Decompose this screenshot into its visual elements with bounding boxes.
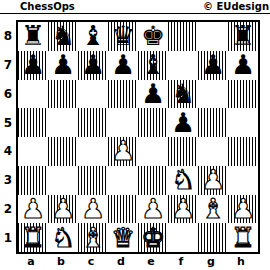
square-b5[interactable] xyxy=(48,108,78,137)
black-rook-h8[interactable]: ♜ xyxy=(231,22,255,50)
white-king-e1[interactable]: ♚ xyxy=(141,224,165,252)
square-e6[interactable]: ♟ xyxy=(138,80,168,109)
white-pawn-g3[interactable]: ♟ xyxy=(201,166,225,194)
square-b8[interactable]: ♞ xyxy=(48,22,78,51)
square-g3[interactable]: ♟ xyxy=(198,166,228,195)
file-label-a: a xyxy=(16,255,46,268)
square-f6[interactable]: ♞ xyxy=(168,80,198,109)
square-g6[interactable] xyxy=(198,80,228,109)
black-pawn-g7[interactable]: ♟ xyxy=(201,51,225,79)
black-pawn-a7[interactable]: ♟ xyxy=(21,51,45,79)
square-h6[interactable] xyxy=(228,80,258,109)
title-bar: ChessOps © EUdesign xyxy=(0,0,270,14)
square-b1[interactable]: ♞ xyxy=(48,223,78,252)
square-a4[interactable] xyxy=(18,137,48,166)
rank-label-6: 6 xyxy=(0,80,16,109)
black-pawn-d7[interactable]: ♟ xyxy=(111,51,135,79)
square-f1[interactable] xyxy=(168,223,198,252)
square-a3[interactable] xyxy=(18,166,48,195)
black-queen-d8[interactable]: ♛ xyxy=(111,22,135,50)
square-g1[interactable] xyxy=(198,223,228,252)
file-label-c: c xyxy=(76,255,106,268)
black-pawn-h7[interactable]: ♟ xyxy=(231,51,255,79)
black-bishop-c8[interactable]: ♝ xyxy=(81,22,105,50)
square-a2[interactable]: ♟ xyxy=(18,195,48,224)
square-f3[interactable]: ♞ xyxy=(168,166,198,195)
white-queen-d1[interactable]: ♛ xyxy=(111,224,135,252)
file-label-e: e xyxy=(136,255,166,268)
square-c6[interactable] xyxy=(78,80,108,109)
file-label-f: f xyxy=(166,255,196,268)
square-a1[interactable]: ♜ xyxy=(18,223,48,252)
square-a8[interactable]: ♜ xyxy=(18,22,48,51)
square-h5[interactable] xyxy=(228,108,258,137)
copyright-credit: © EUdesign xyxy=(203,0,269,13)
square-d6[interactable] xyxy=(108,80,138,109)
square-a6[interactable] xyxy=(18,80,48,109)
square-a7[interactable]: ♟ xyxy=(18,51,48,80)
file-label-d: d xyxy=(106,255,136,268)
square-a5[interactable] xyxy=(18,108,48,137)
square-e3[interactable] xyxy=(138,166,168,195)
square-h2[interactable]: ♟ xyxy=(228,195,258,224)
black-king-e8[interactable]: ♚ xyxy=(141,22,165,50)
white-pawn-h2[interactable]: ♟ xyxy=(231,195,255,223)
square-b6[interactable] xyxy=(48,80,78,109)
square-b4[interactable] xyxy=(48,137,78,166)
file-label-h: h xyxy=(226,255,256,268)
white-rook-h1[interactable]: ♜ xyxy=(231,224,255,252)
square-h3[interactable] xyxy=(228,166,258,195)
black-pawn-e6[interactable]: ♟ xyxy=(141,80,165,108)
app-title: ChessOps xyxy=(20,0,75,13)
square-c7[interactable]: ♟ xyxy=(78,51,108,80)
black-bishop-e7[interactable]: ♝ xyxy=(141,51,165,79)
square-e7[interactable]: ♝ xyxy=(138,51,168,80)
black-knight-b8[interactable]: ♞ xyxy=(51,22,75,50)
rank-labels: 87654321 xyxy=(0,22,16,252)
square-g2[interactable]: ♝ xyxy=(198,195,228,224)
square-g8[interactable] xyxy=(198,22,228,51)
white-rook-a1[interactable]: ♜ xyxy=(21,224,45,252)
square-d2[interactable] xyxy=(108,195,138,224)
square-e5[interactable] xyxy=(138,108,168,137)
square-b7[interactable]: ♟ xyxy=(48,51,78,80)
square-f5[interactable]: ♟ xyxy=(168,108,198,137)
square-c4[interactable] xyxy=(78,137,108,166)
rank-label-5: 5 xyxy=(0,108,16,137)
square-f8[interactable] xyxy=(168,22,198,51)
square-e4[interactable] xyxy=(138,137,168,166)
rank-label-4: 4 xyxy=(0,137,16,166)
square-g7[interactable]: ♟ xyxy=(198,51,228,80)
white-pawn-c2[interactable]: ♟ xyxy=(81,195,105,223)
square-c1[interactable]: ♝ xyxy=(78,223,108,252)
white-pawn-f2[interactable]: ♟ xyxy=(171,195,195,223)
square-h4[interactable] xyxy=(228,137,258,166)
square-d7[interactable]: ♟ xyxy=(108,51,138,80)
square-f7[interactable] xyxy=(168,51,198,80)
square-c5[interactable] xyxy=(78,108,108,137)
square-f4[interactable] xyxy=(168,137,198,166)
square-h8[interactable]: ♜ xyxy=(228,22,258,51)
square-d5[interactable] xyxy=(108,108,138,137)
white-bishop-c1[interactable]: ♝ xyxy=(81,224,105,252)
white-bishop-g2[interactable]: ♝ xyxy=(201,195,225,223)
square-h1[interactable]: ♜ xyxy=(228,223,258,252)
square-h7[interactable]: ♟ xyxy=(228,51,258,80)
black-knight-f6[interactable]: ♞ xyxy=(171,80,195,108)
square-d1[interactable]: ♛ xyxy=(108,223,138,252)
chess-board: ♜♞♝♛♚♜♟♟♟♟♝♟♟♟♞♟♟♞♟♟♟♟♟♟♝♟♜♞♝♛♚♜ xyxy=(16,20,260,254)
white-pawn-d4[interactable]: ♟ xyxy=(111,137,135,165)
square-e2[interactable]: ♟ xyxy=(138,195,168,224)
white-pawn-a2[interactable]: ♟ xyxy=(21,195,45,223)
white-knight-f3[interactable]: ♞ xyxy=(171,166,195,194)
square-f2[interactable]: ♟ xyxy=(168,195,198,224)
square-g5[interactable] xyxy=(198,108,228,137)
rank-label-8: 8 xyxy=(0,22,16,51)
white-pawn-b2[interactable]: ♟ xyxy=(51,195,75,223)
square-b2[interactable]: ♟ xyxy=(48,195,78,224)
square-c3[interactable] xyxy=(78,166,108,195)
rank-label-2: 2 xyxy=(0,195,16,224)
white-knight-b1[interactable]: ♞ xyxy=(51,224,75,252)
white-pawn-e2[interactable]: ♟ xyxy=(141,195,165,223)
black-rook-a8[interactable]: ♜ xyxy=(21,22,45,50)
rank-label-1: 1 xyxy=(0,223,16,252)
square-d8[interactable]: ♛ xyxy=(108,22,138,51)
rank-label-3: 3 xyxy=(0,166,16,195)
file-labels: abcdefgh xyxy=(16,255,256,268)
black-pawn-f5[interactable]: ♟ xyxy=(171,109,195,137)
square-e1[interactable]: ♚ xyxy=(138,223,168,252)
black-pawn-b7[interactable]: ♟ xyxy=(51,51,75,79)
square-g4[interactable] xyxy=(198,137,228,166)
square-d4[interactable]: ♟ xyxy=(108,137,138,166)
file-label-g: g xyxy=(196,255,226,268)
file-label-b: b xyxy=(46,255,76,268)
square-d3[interactable] xyxy=(108,166,138,195)
square-c8[interactable]: ♝ xyxy=(78,22,108,51)
black-pawn-c7[interactable]: ♟ xyxy=(81,51,105,79)
rank-label-7: 7 xyxy=(0,51,16,80)
square-e8[interactable]: ♚ xyxy=(138,22,168,51)
square-c2[interactable]: ♟ xyxy=(78,195,108,224)
square-b3[interactable] xyxy=(48,166,78,195)
